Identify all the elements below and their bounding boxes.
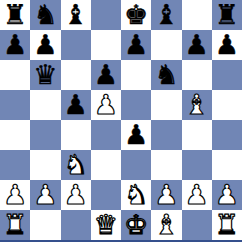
square-b2[interactable]: ♟ [30,180,60,210]
square-a2[interactable]: ♟ [0,180,30,210]
black-knight: ♞ [33,1,57,28]
square-h8[interactable]: ♜ [212,0,242,30]
square-b7[interactable]: ♟ [30,30,60,60]
white-pawn: ♟ [94,91,118,118]
square-g3[interactable] [182,150,212,180]
square-a6[interactable] [0,60,30,90]
square-c2[interactable]: ♟ [61,180,91,210]
square-f3[interactable] [151,150,181,180]
white-rook: ♜ [215,211,239,238]
square-d8[interactable] [91,0,121,30]
black-pawn: ♟ [33,31,57,58]
square-g1[interactable] [182,210,212,240]
white-knight: ♞ [124,181,148,208]
black-bishop: ♝ [64,1,88,28]
square-h7[interactable]: ♟ [212,30,242,60]
black-pawn: ♟ [124,31,148,58]
black-rook: ♜ [215,1,239,28]
black-knight: ♞ [154,61,178,88]
square-d6[interactable]: ♟ [91,60,121,90]
white-bishop: ♝ [154,211,178,238]
square-e2[interactable]: ♞ [121,180,151,210]
square-g2[interactable]: ♟ [182,180,212,210]
square-h4[interactable] [212,120,242,150]
square-c4[interactable] [61,120,91,150]
square-d7[interactable] [91,30,121,60]
white-pawn: ♟ [3,181,27,208]
black-pawn: ♟ [64,91,88,118]
square-a5[interactable] [0,90,30,120]
square-d2[interactable] [91,180,121,210]
square-h1[interactable]: ♜ [212,210,242,240]
chess-board: ♜♞♝♚♝♜♟♟♟♟♟♛♟♞♟♟♝♟♞♟♟♟♞♟♟♟♜♛♚♝♜ [0,0,242,242]
square-c3[interactable]: ♞ [61,150,91,180]
white-pawn: ♟ [215,181,239,208]
white-pawn: ♟ [154,181,178,208]
square-g8[interactable] [182,0,212,30]
black-pawn: ♟ [124,121,148,148]
black-king: ♚ [124,1,148,28]
square-a4[interactable] [0,120,30,150]
black-pawn: ♟ [94,61,118,88]
white-pawn: ♟ [64,181,88,208]
square-e4[interactable]: ♟ [121,120,151,150]
square-a8[interactable]: ♜ [0,0,30,30]
square-g4[interactable] [182,120,212,150]
square-d3[interactable] [91,150,121,180]
square-h6[interactable] [212,60,242,90]
square-h3[interactable] [212,150,242,180]
black-pawn: ♟ [185,31,209,58]
square-e6[interactable] [121,60,151,90]
square-d5[interactable]: ♟ [91,90,121,120]
white-king: ♚ [124,211,148,238]
black-pawn: ♟ [3,31,27,58]
square-h2[interactable]: ♟ [212,180,242,210]
square-e3[interactable] [121,150,151,180]
square-f8[interactable]: ♝ [151,0,181,30]
square-d1[interactable]: ♛ [91,210,121,240]
square-f4[interactable] [151,120,181,150]
black-rook: ♜ [3,1,27,28]
square-f7[interactable] [151,30,181,60]
square-c6[interactable] [61,60,91,90]
square-g7[interactable]: ♟ [182,30,212,60]
black-pawn: ♟ [215,31,239,58]
square-e8[interactable]: ♚ [121,0,151,30]
square-g6[interactable] [182,60,212,90]
square-c8[interactable]: ♝ [61,0,91,30]
square-a7[interactable]: ♟ [0,30,30,60]
square-c7[interactable] [61,30,91,60]
square-f1[interactable]: ♝ [151,210,181,240]
square-b6[interactable]: ♛ [30,60,60,90]
square-b5[interactable] [30,90,60,120]
square-e7[interactable]: ♟ [121,30,151,60]
square-d4[interactable] [91,120,121,150]
square-f5[interactable] [151,90,181,120]
square-a3[interactable] [0,150,30,180]
white-rook: ♜ [3,211,27,238]
white-queen: ♛ [94,211,118,238]
white-knight: ♞ [64,151,88,178]
square-b3[interactable] [30,150,60,180]
square-c1[interactable] [61,210,91,240]
square-e1[interactable]: ♚ [121,210,151,240]
square-b8[interactable]: ♞ [30,0,60,30]
square-f2[interactable]: ♟ [151,180,181,210]
square-a1[interactable]: ♜ [0,210,30,240]
square-g5[interactable]: ♝ [182,90,212,120]
white-bishop: ♝ [185,91,209,118]
square-b1[interactable] [30,210,60,240]
square-c5[interactable]: ♟ [61,90,91,120]
black-bishop: ♝ [154,1,178,28]
square-e5[interactable] [121,90,151,120]
black-queen: ♛ [33,61,57,88]
white-pawn: ♟ [185,181,209,208]
chess-board-container: ♜♞♝♚♝♜♟♟♟♟♟♛♟♞♟♟♝♟♞♟♟♟♞♟♟♟♜♛♚♝♜ [0,0,242,242]
square-h5[interactable] [212,90,242,120]
square-b4[interactable] [30,120,60,150]
white-pawn: ♟ [33,181,57,208]
square-f6[interactable]: ♞ [151,60,181,90]
